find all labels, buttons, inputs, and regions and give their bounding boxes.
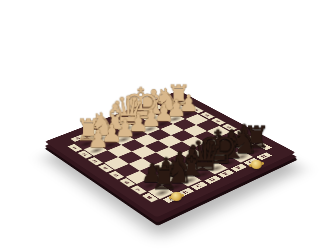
product-photo-stage: ABCDEFGH1♜♞♝♛♚♝♞♜12♟♟♟♟♟♟♟♟2334455667♟♟♟… (0, 0, 333, 250)
brass-clasp-front-icon (171, 192, 182, 201)
chess-board: ABCDEFGH1♜♞♝♛♚♝♞♜12♟♟♟♟♟♟♟♟2334455667♟♟♟… (45, 90, 296, 217)
brass-clasp-right-icon (251, 160, 262, 169)
white-pawn[interactable]: ♟ (87, 128, 109, 151)
coordinate-label: 6 (119, 178, 135, 187)
coordinate-label: 3 (200, 112, 214, 119)
black-rook[interactable]: ♜ (149, 163, 178, 194)
coordinate-label: 3 (87, 157, 102, 165)
